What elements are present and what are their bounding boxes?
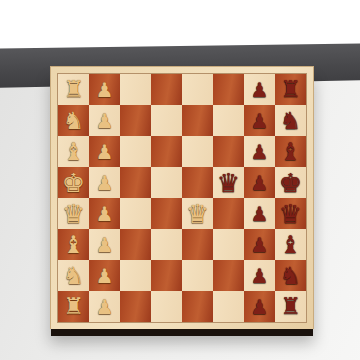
square-f8: ♝ [275, 136, 306, 167]
red-king-e8: ♚ [279, 170, 302, 196]
square-h5 [182, 74, 213, 105]
square-h8: ♜ [275, 74, 306, 105]
board-grid: ♜♟♟♜♞♟♟♞♝♟♟♝♚♟♛♟♚♛♟♛♟♛♝♟♟♝♞♟♟♞♜♟♟♜ [57, 73, 307, 323]
square-b4 [151, 260, 182, 291]
square-c1: ♝ [58, 229, 89, 260]
red-bishop-f8: ♝ [280, 140, 302, 164]
chess-board: ♜♟♟♜♞♟♟♞♝♟♟♝♚♟♛♟♚♛♟♛♟♛♝♟♟♝♞♟♟♞♜♟♟♜ [50, 66, 314, 329]
square-b8: ♞ [275, 260, 306, 291]
white-king-e1: ♚ [62, 170, 85, 196]
square-d3 [120, 198, 151, 229]
square-d8: ♛ [275, 198, 306, 229]
white-pawn-h2: ♟ [96, 80, 114, 100]
square-c4 [151, 229, 182, 260]
square-d4 [151, 198, 182, 229]
red-pawn-a7: ♟ [251, 297, 269, 317]
square-c6 [213, 229, 244, 260]
red-queen-e6: ♛ [217, 170, 240, 196]
square-c2: ♟ [89, 229, 120, 260]
red-knight-b8: ♞ [280, 264, 302, 288]
white-pawn-g2: ♟ [96, 111, 114, 131]
white-pawn-a2: ♟ [96, 297, 114, 317]
white-knight-b1: ♞ [63, 264, 85, 288]
photo-background: ♜♟♟♜♞♟♟♞♝♟♟♝♚♟♛♟♚♛♟♛♟♛♝♟♟♝♞♟♟♞♜♟♟♜ [0, 0, 360, 360]
square-g7: ♟ [244, 105, 275, 136]
red-bishop-c8: ♝ [280, 233, 302, 257]
white-knight-g1: ♞ [63, 109, 85, 133]
white-pawn-b2: ♟ [96, 266, 114, 286]
square-f7: ♟ [244, 136, 275, 167]
square-c5 [182, 229, 213, 260]
red-pawn-d7: ♟ [251, 204, 269, 224]
square-b7: ♟ [244, 260, 275, 291]
square-b3 [120, 260, 151, 291]
square-a2: ♟ [89, 291, 120, 322]
square-b2: ♟ [89, 260, 120, 291]
square-a3 [120, 291, 151, 322]
square-d2: ♟ [89, 198, 120, 229]
red-pawn-f7: ♟ [251, 142, 269, 162]
square-g8: ♞ [275, 105, 306, 136]
white-pawn-e2: ♟ [96, 173, 114, 193]
red-rook-h8: ♜ [280, 78, 301, 101]
red-rook-a8: ♜ [280, 295, 301, 318]
square-a6 [213, 291, 244, 322]
square-d5: ♛ [182, 198, 213, 229]
square-a5 [182, 291, 213, 322]
square-e3 [120, 167, 151, 198]
square-g5 [182, 105, 213, 136]
square-g4 [151, 105, 182, 136]
square-b6 [213, 260, 244, 291]
square-f6 [213, 136, 244, 167]
white-queen-d5: ♛ [186, 201, 209, 227]
square-g2: ♟ [89, 105, 120, 136]
square-g6 [213, 105, 244, 136]
white-pawn-c2: ♟ [96, 235, 114, 255]
white-queen-d1: ♛ [62, 201, 85, 227]
red-knight-g8: ♞ [280, 109, 302, 133]
red-pawn-h7: ♟ [251, 80, 269, 100]
square-f3 [120, 136, 151, 167]
square-f2: ♟ [89, 136, 120, 167]
square-g1: ♞ [58, 105, 89, 136]
square-e6: ♛ [213, 167, 244, 198]
square-e5 [182, 167, 213, 198]
square-d7: ♟ [244, 198, 275, 229]
square-c8: ♝ [275, 229, 306, 260]
white-rook-h1: ♜ [63, 78, 84, 101]
square-f1: ♝ [58, 136, 89, 167]
square-h7: ♟ [244, 74, 275, 105]
square-e1: ♚ [58, 167, 89, 198]
square-d6 [213, 198, 244, 229]
white-bishop-c1: ♝ [63, 233, 85, 257]
red-pawn-b7: ♟ [251, 266, 269, 286]
square-e2: ♟ [89, 167, 120, 198]
square-h1: ♜ [58, 74, 89, 105]
square-e7: ♟ [244, 167, 275, 198]
square-h3 [120, 74, 151, 105]
square-h4 [151, 74, 182, 105]
white-bishop-f1: ♝ [63, 140, 85, 164]
square-f4 [151, 136, 182, 167]
square-h6 [213, 74, 244, 105]
white-pawn-f2: ♟ [96, 142, 114, 162]
red-pawn-g7: ♟ [251, 111, 269, 131]
square-a1: ♜ [58, 291, 89, 322]
square-c7: ♟ [244, 229, 275, 260]
square-g3 [120, 105, 151, 136]
square-f5 [182, 136, 213, 167]
red-pawn-e7: ♟ [251, 173, 269, 193]
square-a8: ♜ [275, 291, 306, 322]
white-pawn-d2: ♟ [96, 204, 114, 224]
white-rook-a1: ♜ [63, 295, 84, 318]
square-h2: ♟ [89, 74, 120, 105]
square-e4 [151, 167, 182, 198]
square-a7: ♟ [244, 291, 275, 322]
red-pawn-c7: ♟ [251, 235, 269, 255]
square-b5 [182, 260, 213, 291]
square-c3 [120, 229, 151, 260]
red-queen-d8: ♛ [279, 201, 302, 227]
square-d1: ♛ [58, 198, 89, 229]
square-e8: ♚ [275, 167, 306, 198]
square-b1: ♞ [58, 260, 89, 291]
square-a4 [151, 291, 182, 322]
